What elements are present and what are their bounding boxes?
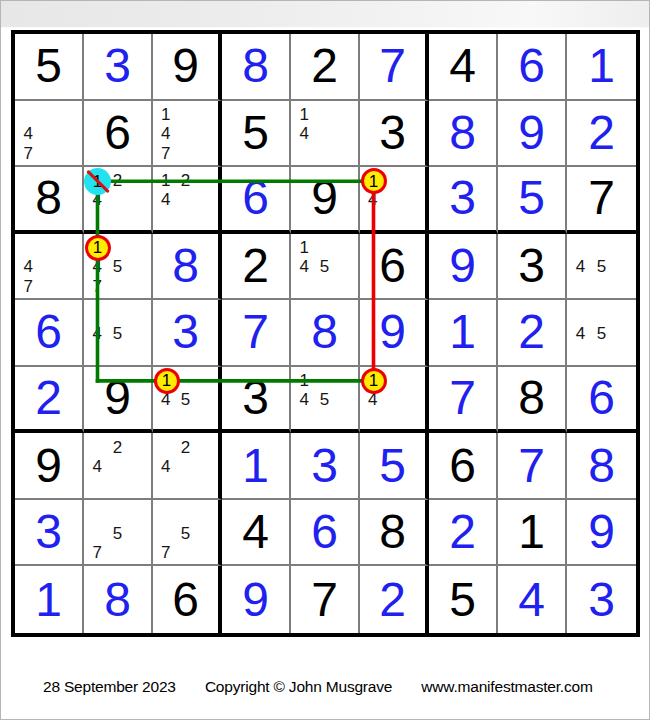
cell-r4c5[interactable]: 145 bbox=[291, 234, 360, 301]
cell-r8c1[interactable]: 3 bbox=[15, 500, 84, 567]
cell-r8c6[interactable]: 8 bbox=[360, 500, 429, 567]
candidate-5: 5 bbox=[107, 257, 127, 277]
cell-r8c7[interactable]: 2 bbox=[429, 500, 498, 567]
cell-r1c4[interactable]: 8 bbox=[222, 34, 291, 101]
cell-value-solved: 6 bbox=[498, 34, 565, 99]
cell-value-solved: 2 bbox=[429, 500, 496, 565]
candidate-4: 4 bbox=[18, 124, 38, 144]
candidate-4: 4 bbox=[294, 257, 314, 277]
candidate-4: 4 bbox=[156, 390, 176, 409]
cell-r4c1[interactable]: 47 bbox=[15, 234, 84, 301]
cell-r4c4[interactable]: 2 bbox=[222, 234, 291, 301]
cell-r5c3[interactable]: 3 bbox=[153, 300, 222, 367]
pencil-marks: 45 bbox=[567, 300, 636, 365]
candidate-7: 7 bbox=[87, 277, 107, 297]
pencil-marks: 57 bbox=[153, 500, 218, 565]
pencil-marks: 145 bbox=[291, 234, 358, 299]
cell-value-solved: 9 bbox=[498, 101, 565, 166]
cell-r7c3[interactable]: 24 bbox=[153, 433, 222, 500]
candidate-4: 4 bbox=[570, 257, 591, 277]
candidate-1: 1 bbox=[156, 105, 176, 125]
candidate-1: 1 bbox=[294, 105, 314, 125]
candidate-2: 2 bbox=[176, 171, 196, 190]
candidate-4: 4 bbox=[87, 190, 107, 209]
cell-r1c5[interactable]: 2 bbox=[291, 34, 360, 101]
cell-value-solved: 1 bbox=[15, 566, 82, 633]
candidate-1: 1 bbox=[156, 171, 176, 190]
cell-r1c2[interactable]: 3 bbox=[84, 34, 153, 101]
cell-value-solved: 1 bbox=[567, 34, 636, 99]
cell-value-solved: 8 bbox=[222, 34, 289, 99]
cell-value-given: 6 bbox=[360, 234, 425, 299]
footer: 28 September 2023 Copyright © John Musgr… bbox=[43, 678, 593, 696]
cell-value-solved: 6 bbox=[222, 167, 289, 230]
cell-r7c5[interactable]: 3 bbox=[291, 433, 360, 500]
cell-r9c6[interactable]: 2 bbox=[360, 566, 429, 633]
cell-r2c9[interactable]: 2 bbox=[567, 101, 636, 168]
cell-r1c1[interactable]: 5 bbox=[15, 34, 84, 101]
cell-r7c1[interactable]: 9 bbox=[15, 433, 84, 500]
cell-r6c1[interactable]: 2 bbox=[15, 367, 84, 434]
candidate-7: 7 bbox=[156, 144, 176, 164]
cell-value-given: 2 bbox=[222, 234, 289, 299]
pencil-marks: 14 bbox=[360, 167, 425, 230]
cell-r3c8[interactable]: 5 bbox=[498, 167, 567, 234]
pencil-marks: 145 bbox=[153, 367, 218, 430]
cell-r3c9[interactable]: 7 bbox=[567, 167, 636, 234]
cell-value-given: 3 bbox=[498, 234, 565, 299]
cell-value-given: 1 bbox=[498, 500, 565, 565]
cell-value-given: 5 bbox=[222, 101, 289, 166]
cell-value-solved: 9 bbox=[429, 234, 496, 299]
sudoku-grid: 5398274614761475143892812412469143574714… bbox=[11, 30, 640, 637]
cell-r5c8[interactable]: 2 bbox=[498, 300, 567, 367]
cell-value-given: 4 bbox=[429, 34, 496, 99]
cell-r2c5[interactable]: 14 bbox=[291, 101, 360, 168]
title-bar bbox=[1, 1, 649, 28]
cell-value-solved: 7 bbox=[429, 367, 496, 430]
cell-value-solved: 8 bbox=[567, 433, 636, 498]
cell-r3c4[interactable]: 6 bbox=[222, 167, 291, 234]
cell-r1c7[interactable]: 4 bbox=[429, 34, 498, 101]
candidate-1: 1 bbox=[156, 371, 176, 390]
footer-website: www.manifestmaster.com bbox=[421, 678, 592, 695]
cell-r6c6[interactable]: 14 bbox=[360, 367, 429, 434]
cell-value-given: 3 bbox=[360, 101, 425, 166]
candidate-1: 1 bbox=[363, 371, 383, 390]
pencil-marks: 57 bbox=[84, 500, 151, 565]
pencil-marks: 14 bbox=[291, 101, 358, 166]
candidate-4: 4 bbox=[294, 124, 314, 144]
cell-value-solved: 3 bbox=[567, 566, 636, 633]
candidate-5: 5 bbox=[107, 324, 127, 344]
cell-r9c8[interactable]: 4 bbox=[498, 566, 567, 633]
cell-r5c2[interactable]: 45 bbox=[84, 300, 153, 367]
pencil-marks: 24 bbox=[84, 433, 151, 498]
candidate-5: 5 bbox=[314, 257, 334, 277]
cell-r5c7[interactable]: 1 bbox=[429, 300, 498, 367]
cell-r4c6[interactable]: 6 bbox=[360, 234, 429, 301]
cell-r9c1[interactable]: 1 bbox=[15, 566, 84, 633]
cell-r7c9[interactable]: 8 bbox=[567, 433, 636, 500]
candidate-4: 4 bbox=[156, 457, 176, 477]
cell-r1c8[interactable]: 6 bbox=[498, 34, 567, 101]
candidate-4: 4 bbox=[87, 324, 107, 344]
cell-value-solved: 3 bbox=[429, 167, 496, 230]
candidate-7: 7 bbox=[87, 543, 107, 563]
cell-value-solved: 3 bbox=[15, 500, 82, 565]
cell-value-solved: 2 bbox=[567, 101, 636, 166]
cell-r6c5[interactable]: 145 bbox=[291, 367, 360, 434]
candidate-4: 4 bbox=[363, 190, 383, 209]
cell-value-solved: 3 bbox=[84, 34, 151, 99]
cell-r6c7[interactable]: 7 bbox=[429, 367, 498, 434]
cell-value-solved: 5 bbox=[498, 167, 565, 230]
cell-value-given: 8 bbox=[498, 367, 565, 430]
cell-r4c9[interactable]: 45 bbox=[567, 234, 636, 301]
candidate-4: 4 bbox=[363, 390, 383, 409]
cell-value-solved: 8 bbox=[291, 300, 358, 365]
cell-r3c6[interactable]: 14 bbox=[360, 167, 429, 234]
cell-r7c7[interactable]: 6 bbox=[429, 433, 498, 500]
page: 5398274614761475143892812412469143574714… bbox=[0, 0, 650, 720]
candidate-1: 1 bbox=[294, 238, 314, 258]
cell-r7c6[interactable]: 5 bbox=[360, 433, 429, 500]
cell-r4c7[interactable]: 9 bbox=[429, 234, 498, 301]
pencil-marks: 124 bbox=[84, 167, 151, 230]
pencil-marks: 45 bbox=[567, 234, 636, 299]
cell-value-given: 8 bbox=[15, 167, 82, 230]
cell-value-solved: 9 bbox=[222, 566, 289, 633]
cell-r2c3[interactable]: 147 bbox=[153, 101, 222, 168]
cell-value-solved: 7 bbox=[360, 34, 425, 99]
candidate-5: 5 bbox=[591, 324, 612, 344]
cell-value-given: 6 bbox=[153, 566, 218, 633]
cell-r6c9[interactable]: 6 bbox=[567, 367, 636, 434]
pencil-marks: 1457 bbox=[84, 234, 151, 299]
cell-value-solved: 3 bbox=[153, 300, 218, 365]
cell-r6c8[interactable]: 8 bbox=[498, 367, 567, 434]
cell-r2c6[interactable]: 3 bbox=[360, 101, 429, 168]
cell-r5c6[interactable]: 9 bbox=[360, 300, 429, 367]
cell-r2c2[interactable]: 6 bbox=[84, 101, 153, 168]
cell-value-given: 4 bbox=[222, 500, 289, 565]
cell-value-given: 8 bbox=[360, 500, 425, 565]
cell-r7c2[interactable]: 24 bbox=[84, 433, 153, 500]
cell-value-given: 9 bbox=[15, 433, 82, 498]
candidate-4: 4 bbox=[18, 257, 38, 277]
cell-r9c7[interactable]: 5 bbox=[429, 566, 498, 633]
candidate-2: 2 bbox=[107, 437, 127, 457]
cell-value-solved: 6 bbox=[291, 500, 358, 565]
cell-r8c5[interactable]: 6 bbox=[291, 500, 360, 567]
candidate-5: 5 bbox=[107, 523, 127, 543]
pencil-marks: 124 bbox=[153, 167, 218, 230]
cell-r3c5[interactable]: 9 bbox=[291, 167, 360, 234]
footer-date: 28 September 2023 bbox=[43, 678, 176, 695]
cell-r6c4[interactable]: 3 bbox=[222, 367, 291, 434]
cell-value-given: 6 bbox=[84, 101, 151, 166]
cell-value-solved: 9 bbox=[360, 300, 425, 365]
cell-r8c4[interactable]: 4 bbox=[222, 500, 291, 567]
cell-r2c4[interactable]: 5 bbox=[222, 101, 291, 168]
cell-r2c8[interactable]: 9 bbox=[498, 101, 567, 168]
cell-r9c9[interactable]: 3 bbox=[567, 566, 636, 633]
candidate-2: 2 bbox=[107, 171, 127, 190]
cell-value-given: 9 bbox=[84, 367, 151, 430]
pencil-marks: 45 bbox=[84, 300, 151, 365]
cell-r8c2[interactable]: 57 bbox=[84, 500, 153, 567]
cell-r8c3[interactable]: 57 bbox=[153, 500, 222, 567]
cell-value-solved: 1 bbox=[222, 433, 289, 498]
cell-r3c7[interactable]: 3 bbox=[429, 167, 498, 234]
cell-value-given: 7 bbox=[291, 566, 358, 633]
cell-value-solved: 5 bbox=[360, 433, 425, 498]
cell-r9c3[interactable]: 6 bbox=[153, 566, 222, 633]
cell-value-given: 5 bbox=[15, 34, 82, 99]
pencil-marks: 145 bbox=[291, 367, 358, 430]
cell-r4c8[interactable]: 3 bbox=[498, 234, 567, 301]
cell-value-given: 9 bbox=[153, 34, 218, 99]
cell-r5c5[interactable]: 8 bbox=[291, 300, 360, 367]
cell-r5c9[interactable]: 45 bbox=[567, 300, 636, 367]
pencil-marks: 14 bbox=[360, 367, 425, 430]
cell-r8c9[interactable]: 9 bbox=[567, 500, 636, 567]
cell-value-solved: 2 bbox=[360, 566, 425, 633]
candidate-5: 5 bbox=[176, 523, 196, 543]
cell-value-solved: 2 bbox=[15, 367, 82, 430]
candidate-5: 5 bbox=[176, 390, 196, 409]
cell-r9c5[interactable]: 7 bbox=[291, 566, 360, 633]
cell-r3c3[interactable]: 124 bbox=[153, 167, 222, 234]
candidate-1: 1 bbox=[363, 171, 383, 190]
cell-r6c3[interactable]: 145 bbox=[153, 367, 222, 434]
cell-r1c3[interactable]: 9 bbox=[153, 34, 222, 101]
candidate-4: 4 bbox=[294, 390, 314, 409]
cell-r3c2[interactable]: 124 bbox=[84, 167, 153, 234]
cell-value-solved: 8 bbox=[153, 234, 218, 299]
cell-r9c4[interactable]: 9 bbox=[222, 566, 291, 633]
pencil-marks: 47 bbox=[15, 101, 82, 166]
cell-r2c1[interactable]: 47 bbox=[15, 101, 84, 168]
cell-r2c7[interactable]: 8 bbox=[429, 101, 498, 168]
candidate-1: 1 bbox=[87, 238, 107, 258]
cell-r9c2[interactable]: 8 bbox=[84, 566, 153, 633]
candidate-4: 4 bbox=[570, 324, 591, 344]
candidate-7: 7 bbox=[156, 543, 176, 563]
candidate-1: 1 bbox=[87, 171, 107, 190]
cell-r1c9[interactable]: 1 bbox=[567, 34, 636, 101]
candidate-1: 1 bbox=[294, 371, 314, 390]
cell-value-given: 9 bbox=[291, 167, 358, 230]
cell-r8c8[interactable]: 1 bbox=[498, 500, 567, 567]
cell-r1c6[interactable]: 7 bbox=[360, 34, 429, 101]
candidate-4: 4 bbox=[156, 190, 176, 209]
footer-copyright: Copyright © John Musgrave bbox=[205, 678, 392, 695]
pencil-marks: 47 bbox=[15, 234, 82, 299]
cell-value-given: 3 bbox=[222, 367, 289, 430]
cell-r6c2[interactable]: 9 bbox=[84, 367, 153, 434]
candidate-5: 5 bbox=[591, 257, 612, 277]
candidate-7: 7 bbox=[18, 144, 38, 164]
cell-r4c2[interactable]: 1457 bbox=[84, 234, 153, 301]
cell-value-given: 5 bbox=[429, 566, 496, 633]
cell-value-solved: 9 bbox=[567, 500, 636, 565]
cell-value-solved: 7 bbox=[222, 300, 289, 365]
candidate-7: 7 bbox=[18, 277, 38, 297]
candidate-4: 4 bbox=[156, 124, 176, 144]
pencil-marks: 147 bbox=[153, 101, 218, 166]
cell-value-solved: 2 bbox=[498, 300, 565, 365]
cell-value-solved: 3 bbox=[291, 433, 358, 498]
cell-value-solved: 7 bbox=[498, 433, 565, 498]
cell-r7c4[interactable]: 1 bbox=[222, 433, 291, 500]
candidate-4: 4 bbox=[87, 257, 107, 277]
cell-value-solved: 6 bbox=[567, 367, 636, 430]
cell-value-given: 7 bbox=[567, 167, 636, 230]
cell-value-solved: 8 bbox=[429, 101, 496, 166]
cell-value-given: 2 bbox=[291, 34, 358, 99]
cell-value-solved: 8 bbox=[84, 566, 151, 633]
cell-r3c1[interactable]: 8 bbox=[15, 167, 84, 234]
candidate-2: 2 bbox=[176, 437, 196, 457]
cell-r5c4[interactable]: 7 bbox=[222, 300, 291, 367]
cell-r7c8[interactable]: 7 bbox=[498, 433, 567, 500]
cell-value-given: 6 bbox=[429, 433, 496, 498]
pencil-marks: 24 bbox=[153, 433, 218, 498]
cell-value-solved: 1 bbox=[429, 300, 496, 365]
cell-r4c3[interactable]: 8 bbox=[153, 234, 222, 301]
candidate-4: 4 bbox=[87, 457, 107, 477]
cell-r5c1[interactable]: 6 bbox=[15, 300, 84, 367]
candidate-5: 5 bbox=[314, 390, 334, 409]
cell-value-solved: 6 bbox=[15, 300, 82, 365]
cell-value-solved: 4 bbox=[498, 566, 565, 633]
